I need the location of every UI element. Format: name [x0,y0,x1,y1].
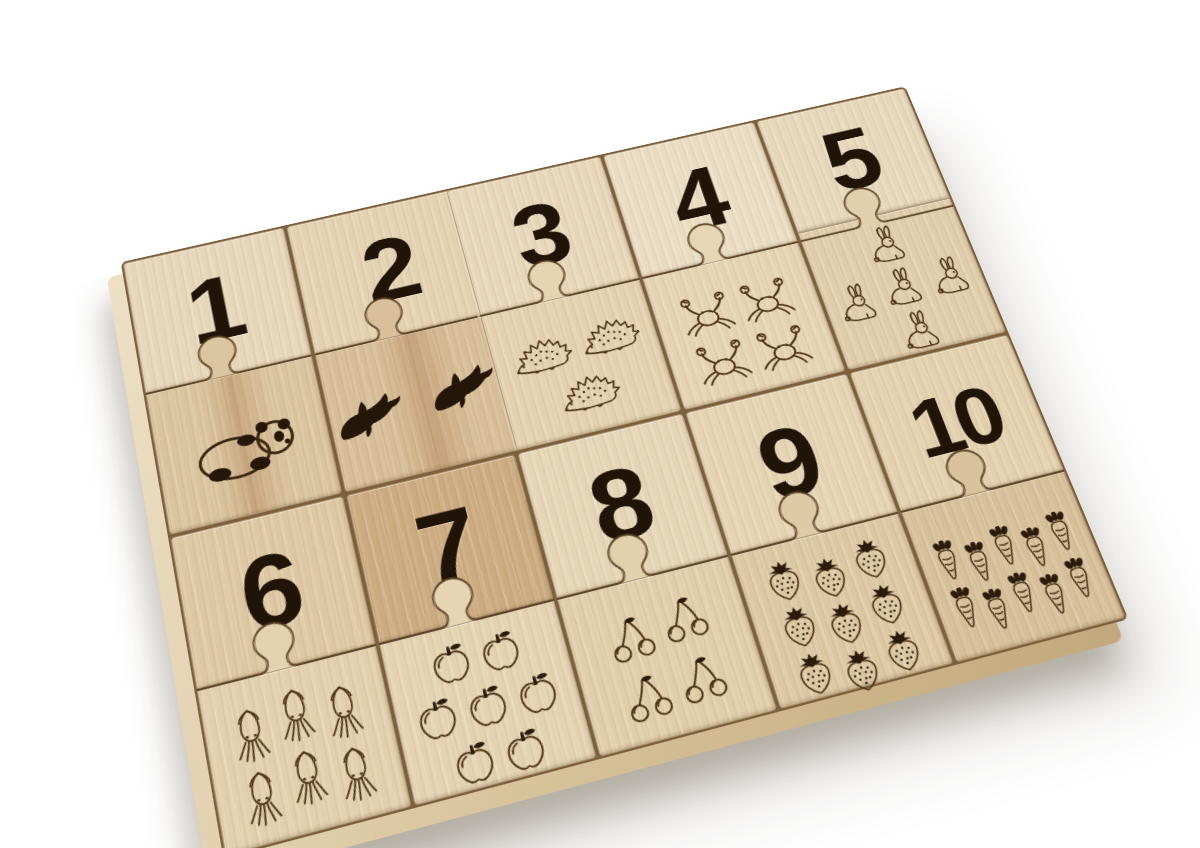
apple-icon [473,625,529,679]
numeral-2: 2 [354,221,430,318]
apple-icon [409,692,465,748]
strawberry-icon [788,647,842,700]
squid-icon [330,740,385,809]
strawberry-icon [844,533,897,583]
cherry-icon [600,610,665,672]
puzzle-board: 12345678910 [121,87,1129,848]
numeral-10: 10 [899,373,1013,472]
numeral-7: 7 [407,491,491,605]
numeral-6: 6 [232,534,313,650]
apple-icon [423,637,479,692]
squid-icon [317,679,371,746]
strawberry-icon [772,600,825,652]
strawberry-icon [758,555,811,605]
numeral-5: 5 [811,115,894,206]
motif-row [890,306,950,356]
crab-icon [687,332,759,390]
strawberry-icon [859,578,913,629]
strawberry-icon [876,624,931,676]
motif-row [857,221,915,269]
photo-background: 12345678910 [0,0,1200,848]
cherry-icon [670,649,736,712]
crab-icon [671,285,742,342]
apple-icon [446,735,503,793]
numeral-3: 3 [503,188,582,283]
numeral-8: 8 [578,450,665,561]
apple-icon [497,722,555,779]
motif-row [549,363,627,420]
hedgehog-icon [570,307,647,362]
panda-icon [176,397,313,501]
numeral-4: 4 [659,153,740,246]
board-wrapper: 12345678910 [121,87,1129,848]
cherry-icon [616,668,682,732]
crab-icon [731,271,802,327]
motif-row [176,397,313,501]
rabbit-icon [890,306,950,356]
squid-icon [225,702,278,769]
motif-row [326,359,524,454]
hedgehog-icon [549,363,627,420]
squid-icon [236,764,290,834]
cherry-icon [653,590,718,651]
squid-icon [281,743,335,812]
apple-icon [509,666,566,722]
numeral-1: 1 [180,260,254,360]
apple-icon [460,679,517,735]
numeral-9: 9 [746,409,835,517]
rabbit-icon [857,221,915,269]
orca-icon [326,381,429,454]
crab-icon [747,318,819,376]
squid-icon [270,682,323,749]
